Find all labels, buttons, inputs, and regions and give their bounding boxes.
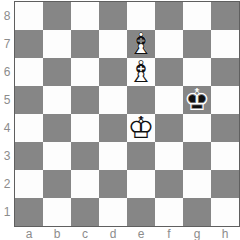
square-f8[interactable] (155, 2, 183, 30)
square-e1[interactable] (127, 198, 155, 226)
square-b1[interactable] (43, 198, 71, 226)
square-a5[interactable] (15, 86, 43, 114)
rank-label-2: 2 (0, 170, 14, 198)
square-a4[interactable] (15, 114, 43, 142)
square-d7[interactable] (99, 30, 127, 58)
white-bishop[interactable]: ♝♗ (127, 58, 155, 86)
square-d4[interactable] (99, 114, 127, 142)
square-a2[interactable] (15, 170, 43, 198)
file-label-h: h (211, 227, 239, 240)
rank-label-4: 4 (0, 114, 14, 142)
square-c8[interactable] (71, 2, 99, 30)
rank-label-5: 5 (0, 86, 14, 114)
square-e8[interactable] (127, 2, 155, 30)
square-h2[interactable] (211, 170, 239, 198)
square-g6[interactable] (183, 58, 211, 86)
square-a8[interactable] (15, 2, 43, 30)
square-d8[interactable] (99, 2, 127, 30)
file-label-g: g (183, 227, 211, 240)
square-b5[interactable] (43, 86, 71, 114)
square-d3[interactable] (99, 142, 127, 170)
square-c2[interactable] (71, 170, 99, 198)
square-f5[interactable] (155, 86, 183, 114)
file-label-a: a (15, 227, 43, 240)
square-b6[interactable] (43, 58, 71, 86)
square-c7[interactable] (71, 30, 99, 58)
square-c1[interactable] (71, 198, 99, 226)
square-f3[interactable] (155, 142, 183, 170)
file-label-d: d (99, 227, 127, 240)
square-h8[interactable] (211, 2, 239, 30)
square-f4[interactable] (155, 114, 183, 142)
white-bishop-body: ♝ (127, 30, 155, 58)
square-d1[interactable] (99, 198, 127, 226)
square-e3[interactable] (127, 142, 155, 170)
black-king[interactable]: ♚♔ (183, 86, 211, 114)
file-labels: abcdefgh (15, 227, 239, 240)
white-bishop-outline: ♗ (127, 58, 155, 86)
square-h5[interactable] (211, 86, 239, 114)
square-g4[interactable] (183, 114, 211, 142)
white-bishop-outline: ♗ (127, 30, 155, 58)
square-h6[interactable] (211, 58, 239, 86)
square-c4[interactable] (71, 114, 99, 142)
white-king-outline: ♔ (127, 114, 155, 142)
square-e6[interactable]: ♝♗ (127, 58, 155, 86)
white-bishop-body: ♝ (127, 58, 155, 86)
square-c3[interactable] (71, 142, 99, 170)
square-c6[interactable] (71, 58, 99, 86)
square-d5[interactable] (99, 86, 127, 114)
rank-labels: 87654321 (0, 2, 14, 226)
chess-board-diagram: 87654321 ♝♗♝♗♚♔♚♔ abcdefgh (0, 0, 240, 240)
square-c5[interactable] (71, 86, 99, 114)
white-bishop[interactable]: ♝♗ (127, 30, 155, 58)
square-g5[interactable]: ♚♔ (183, 86, 211, 114)
rank-label-1: 1 (0, 198, 14, 226)
rank-label-8: 8 (0, 2, 14, 30)
square-a1[interactable] (15, 198, 43, 226)
square-d2[interactable] (99, 170, 127, 198)
square-d6[interactable] (99, 58, 127, 86)
white-king[interactable]: ♚♔ (127, 114, 155, 142)
rank-label-3: 3 (0, 142, 14, 170)
square-a7[interactable] (15, 30, 43, 58)
square-e2[interactable] (127, 170, 155, 198)
black-king-outline: ♔ (183, 86, 211, 114)
square-g7[interactable] (183, 30, 211, 58)
square-a3[interactable] (15, 142, 43, 170)
square-a6[interactable] (15, 58, 43, 86)
black-king-body: ♚ (183, 86, 211, 114)
board: ♝♗♝♗♚♔♚♔ (14, 1, 240, 227)
square-e5[interactable] (127, 86, 155, 114)
file-label-f: f (155, 227, 183, 240)
square-e4[interactable]: ♚♔ (127, 114, 155, 142)
square-h7[interactable] (211, 30, 239, 58)
file-label-c: c (71, 227, 99, 240)
square-b8[interactable] (43, 2, 71, 30)
square-f6[interactable] (155, 58, 183, 86)
square-g1[interactable] (183, 198, 211, 226)
square-g2[interactable] (183, 170, 211, 198)
rank-label-7: 7 (0, 30, 14, 58)
white-king-body: ♚ (127, 114, 155, 142)
square-f2[interactable] (155, 170, 183, 198)
square-e7[interactable]: ♝♗ (127, 30, 155, 58)
square-b4[interactable] (43, 114, 71, 142)
square-b7[interactable] (43, 30, 71, 58)
square-f7[interactable] (155, 30, 183, 58)
file-label-e: e (127, 227, 155, 240)
square-b3[interactable] (43, 142, 71, 170)
square-h3[interactable] (211, 142, 239, 170)
square-h1[interactable] (211, 198, 239, 226)
square-h4[interactable] (211, 114, 239, 142)
file-label-b: b (43, 227, 71, 240)
square-g8[interactable] (183, 2, 211, 30)
square-b2[interactable] (43, 170, 71, 198)
rank-label-6: 6 (0, 58, 14, 86)
square-f1[interactable] (155, 198, 183, 226)
square-g3[interactable] (183, 142, 211, 170)
